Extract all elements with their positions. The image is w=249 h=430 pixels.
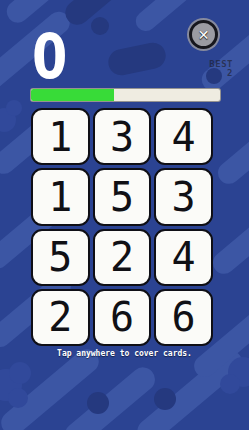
hint-caption: Tap anywhere to cover cards.	[0, 349, 249, 358]
card[interactable]: 4	[154, 108, 213, 165]
card[interactable]: 1	[31, 168, 90, 225]
progress-bar	[30, 88, 221, 102]
card[interactable]: 5	[93, 168, 152, 225]
card[interactable]: 2	[93, 229, 152, 286]
card[interactable]: 2	[31, 289, 90, 346]
progress-fill	[31, 89, 114, 101]
card[interactable]: 4	[154, 229, 213, 286]
close-button[interactable]: ✕	[189, 20, 218, 49]
best-value: 2	[209, 69, 233, 78]
card[interactable]: 1	[31, 108, 90, 165]
card[interactable]: 3	[154, 168, 213, 225]
game-screen[interactable]: 0 ✕ BEST 2 1 3 4 1 5 3 5 2 4 2 6 6 Tap a…	[0, 0, 249, 430]
card[interactable]: 6	[93, 289, 152, 346]
best-score: BEST 2	[209, 60, 233, 78]
card[interactable]: 6	[154, 289, 213, 346]
score-value: 0	[32, 26, 66, 88]
card-grid[interactable]: 1 3 4 1 5 3 5 2 4 2 6 6	[31, 108, 213, 346]
close-icon: ✕	[198, 28, 210, 42]
card[interactable]: 5	[31, 229, 90, 286]
card[interactable]: 3	[93, 108, 152, 165]
